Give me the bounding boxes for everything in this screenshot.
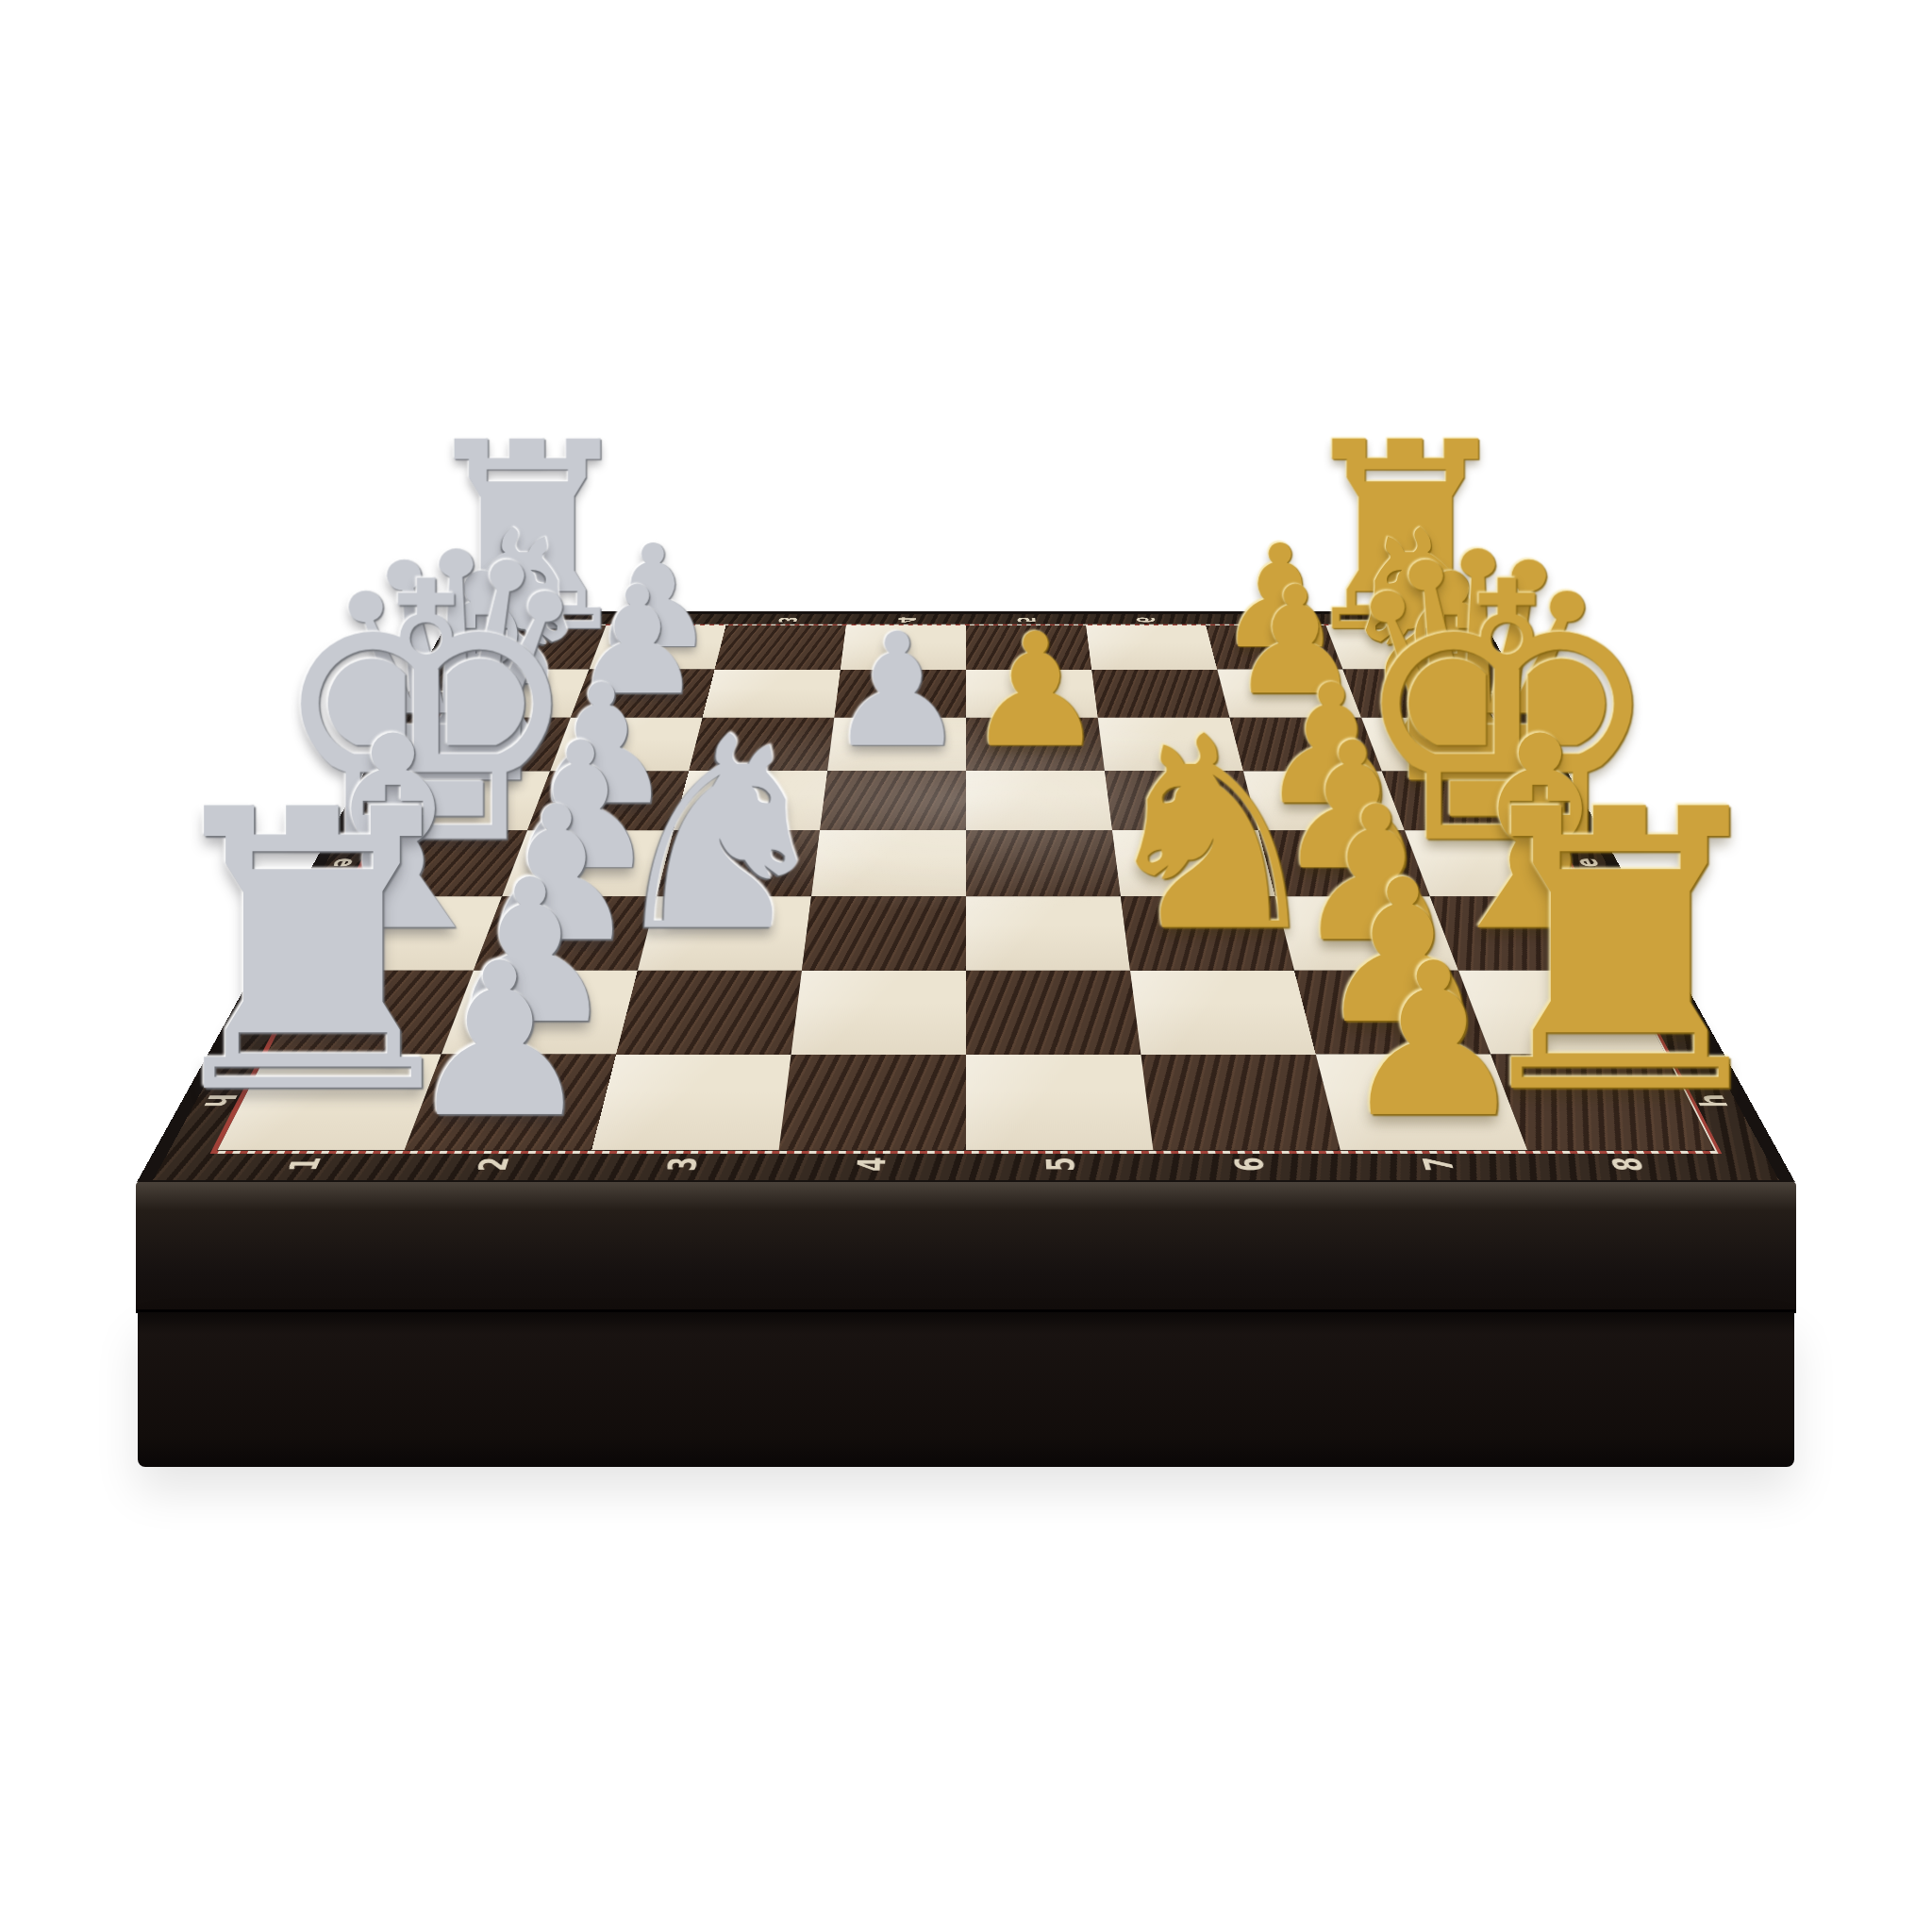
square-g5: [966, 971, 1141, 1055]
box-top-rim: 12345678a♜♟♟♜ab♞♟♟♞bc♝♟♟♝cd♛♟♟♛de♚♟♟♚ef♝…: [136, 611, 1796, 1184]
near-rank-label-4: 4: [775, 1150, 966, 1178]
box-body-front-face: [138, 1312, 1794, 1467]
near-rank-label-8: 8: [1527, 1150, 1729, 1178]
near-rank-label-5: 5: [966, 1150, 1157, 1178]
square-h8: ♜: [1491, 1055, 1714, 1150]
product-photo-scene: 12345678a♜♟♟♜ab♞♟♟♞bc♝♟♟♝cd♛♟♟♛de♚♟♟♚ef♝…: [0, 0, 1932, 1932]
chess-board-plane: 12345678a♜♟♟♜ab♞♟♟♞bc♝♟♟♝cd♛♟♟♛de♚♟♟♚ef♝…: [136, 611, 1796, 1184]
border-corner: [1715, 1150, 1778, 1178]
gold-rook-h8: ♜: [1446, 760, 1792, 1147]
silver-pawn-c4: ♟: [826, 612, 967, 769]
gold-pawn-c5: ♟: [965, 612, 1106, 769]
square-f3: ♞: [638, 896, 811, 971]
square-g4: [791, 971, 966, 1055]
silver-knight-f3: ♞: [601, 702, 840, 968]
border-corner: [154, 1150, 217, 1178]
square-h2: ♟: [405, 1055, 616, 1150]
square-f6: ♞: [1121, 896, 1294, 971]
square-g3: [616, 971, 802, 1055]
square-c5: ♟: [966, 718, 1105, 772]
near-rank-label-3: 3: [584, 1150, 778, 1178]
near-rank-label-1: 1: [203, 1150, 405, 1178]
board-decal: 12345678a♜♟♟♜ab♞♟♟♞bc♝♟♟♝cd♛♟♟♛de♚♟♟♚ef♝…: [153, 614, 1778, 1179]
silver-pawn-h2: ♟: [405, 935, 594, 1146]
near-rank-label-2: 2: [393, 1150, 591, 1178]
near-rank-label-6: 6: [1153, 1150, 1347, 1178]
square-c4: ♟: [827, 718, 966, 772]
box-lid-front-face: [136, 1182, 1796, 1312]
near-rank-label-7: 7: [1341, 1150, 1539, 1178]
square-g6: [1130, 971, 1316, 1055]
